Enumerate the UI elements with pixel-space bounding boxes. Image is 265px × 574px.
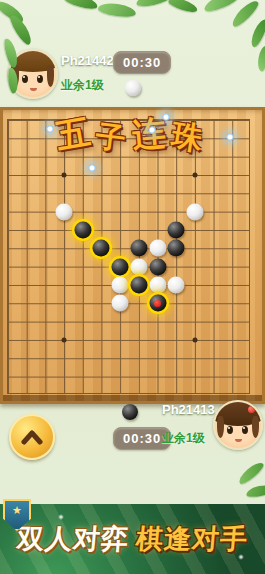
avatar-eye — [22, 75, 28, 83]
top-player-timer: 00:30 — [113, 51, 171, 74]
star-point — [192, 338, 197, 343]
chevron-up-icon — [21, 429, 43, 445]
star-point — [62, 173, 67, 178]
avatar-eye — [37, 75, 43, 83]
bottom-player-avatar[interactable] — [213, 400, 263, 450]
bamboo-leaf — [135, 0, 171, 8]
white-stone-icon — [125, 80, 141, 96]
gomoku-app: Ph21442... 业余1级 00:30 五子连珠 Ph21413... 00… — [0, 0, 265, 574]
star-point — [62, 338, 67, 343]
black-stone — [74, 222, 91, 239]
black-stone — [168, 240, 185, 257]
bamboo-leaf — [97, 1, 136, 18]
hair-bow — [248, 406, 255, 413]
board-grid[interactable] — [7, 119, 250, 394]
sparkle-effect — [161, 112, 171, 122]
white-stone — [149, 277, 166, 294]
sparkle-effect — [87, 163, 97, 173]
bamboo-leaf — [63, 0, 99, 11]
white-stone — [112, 277, 129, 294]
white-stone — [130, 258, 147, 275]
top-player-level: 业余1级 — [61, 77, 104, 94]
banner-text-left: 双人对弈 — [15, 521, 130, 557]
black-stone-last-move — [149, 295, 166, 312]
banner-text-right: 棋逢对手 — [134, 521, 249, 557]
black-stone — [130, 240, 147, 257]
white-stone — [186, 203, 203, 220]
sparkle-effect — [147, 125, 157, 135]
black-stone — [130, 277, 147, 294]
top-player-panel: Ph21442... 业余1级 00:30 — [0, 47, 265, 107]
gomoku-board[interactable]: 五子连珠 — [0, 107, 265, 404]
white-stone — [56, 203, 73, 220]
sparkle-effect — [225, 132, 235, 142]
black-stone — [149, 258, 166, 275]
star-point — [192, 173, 197, 178]
sparkle-effect — [45, 124, 55, 134]
white-stone — [112, 295, 129, 312]
black-stone — [112, 258, 129, 275]
black-stone — [93, 240, 110, 257]
white-stone — [149, 240, 166, 257]
bottom-player-level: 业余1级 — [162, 430, 205, 447]
last-move-marker — [154, 300, 161, 307]
bamboo-leaf — [167, 0, 199, 14]
black-stone-icon — [122, 404, 138, 420]
action-button[interactable] — [9, 414, 55, 460]
bamboo-leaf — [248, 17, 265, 48]
white-stone — [168, 277, 185, 294]
black-stone — [168, 222, 185, 239]
promo-banner[interactable]: 双人对弈 棋逢对手 — [0, 504, 265, 574]
bamboo-leaf — [202, 0, 240, 14]
bamboo-leaf — [245, 483, 265, 499]
